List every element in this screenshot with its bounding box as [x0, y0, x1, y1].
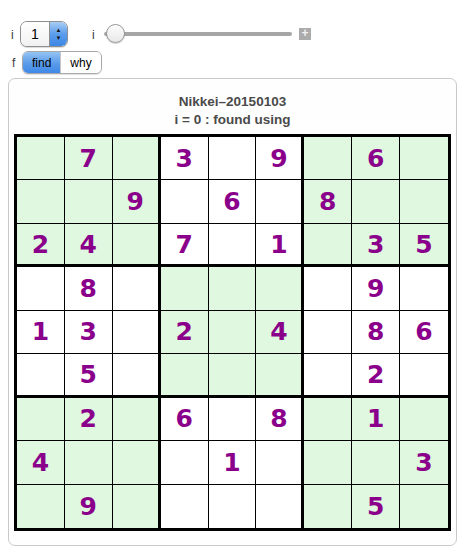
cell-r3c5: [209, 224, 257, 267]
toggle-label: f: [12, 56, 15, 70]
cell-r4c5: [209, 267, 257, 310]
cell-r7c8: 1: [352, 398, 400, 441]
cell-r9c9: [400, 485, 448, 528]
slider-expand-button[interactable]: +: [299, 28, 311, 40]
cell-r2c5: 6: [209, 180, 257, 223]
i-slider-thumb[interactable]: [106, 24, 125, 43]
cell-r8c2: [65, 441, 113, 484]
cell-r3c3: [113, 224, 161, 267]
cell-r7c1: [17, 398, 65, 441]
cell-r4c9: [400, 267, 448, 310]
cell-r1c9: [400, 137, 448, 180]
cell-r8c1: 4: [17, 441, 65, 484]
cell-r9c3: [113, 485, 161, 528]
cell-r5c7: [304, 311, 352, 354]
cell-r9c6: [256, 485, 304, 528]
cell-r8c5: 1: [209, 441, 257, 484]
cell-r8c3: [113, 441, 161, 484]
cell-r6c7: [304, 354, 352, 397]
cell-r2c9: [400, 180, 448, 223]
cell-r5c5: [209, 311, 257, 354]
stepper-value: 1: [21, 22, 49, 46]
cell-r8c9: 3: [400, 441, 448, 484]
cell-r3c2: 4: [65, 224, 113, 267]
f-toggle: find why: [22, 51, 102, 74]
cell-r6c2: 5: [65, 354, 113, 397]
i-slider-track[interactable]: [104, 32, 292, 36]
toggle-option-why[interactable]: why: [60, 52, 100, 73]
cell-r4c8: 9: [352, 267, 400, 310]
cell-r9c8: 5: [352, 485, 400, 528]
cell-r4c7: [304, 267, 352, 310]
stepper-down-icon[interactable]: ▼: [56, 35, 62, 41]
cell-r2c8: [352, 180, 400, 223]
cell-r8c7: [304, 441, 352, 484]
cell-r7c9: [400, 398, 448, 441]
cell-r8c8: [352, 441, 400, 484]
cell-r6c9: [400, 354, 448, 397]
cell-r5c8: 8: [352, 311, 400, 354]
cell-r2c3: 9: [113, 180, 161, 223]
cell-r3c8: 3: [352, 224, 400, 267]
cell-r9c4: [161, 485, 209, 528]
cell-r5c2: 3: [65, 311, 113, 354]
cell-r1c8: 6: [352, 137, 400, 180]
cell-r1c6: 9: [256, 137, 304, 180]
cell-r9c7: [304, 485, 352, 528]
slider-label: i: [92, 28, 95, 42]
cell-r8c6: [256, 441, 304, 484]
cell-r1c7: [304, 137, 352, 180]
cell-r4c6: [256, 267, 304, 310]
stepper-up-icon[interactable]: ▲: [56, 27, 62, 33]
status-line: i = 0 : found using: [9, 112, 456, 127]
cell-r6c4: [161, 354, 209, 397]
cell-r7c4: 6: [161, 398, 209, 441]
cell-r3c9: 5: [400, 224, 448, 267]
cell-r2c2: [65, 180, 113, 223]
cell-r2c7: 8: [304, 180, 352, 223]
cell-r2c4: [161, 180, 209, 223]
cell-r6c6: [256, 354, 304, 397]
cell-r4c3: [113, 267, 161, 310]
cell-r1c2: 7: [65, 137, 113, 180]
cell-r6c3: [113, 354, 161, 397]
cell-r3c1: 2: [17, 224, 65, 267]
plus-icon: +: [301, 26, 308, 40]
cell-r5c3: [113, 311, 161, 354]
cell-r3c6: 1: [256, 224, 304, 267]
cell-r6c8: 2: [352, 354, 400, 397]
stepper-label: i: [11, 28, 14, 42]
sudoku-board: 73969682471358913248652268141395: [14, 134, 451, 531]
cell-r9c5: [209, 485, 257, 528]
cell-r4c2: 8: [65, 267, 113, 310]
cell-r7c2: 2: [65, 398, 113, 441]
cell-r1c3: [113, 137, 161, 180]
cell-r5c4: 2: [161, 311, 209, 354]
cell-r1c1: [17, 137, 65, 180]
cell-r7c3: [113, 398, 161, 441]
demonstration-panel: Nikkei–20150103 i = 0 : found using 7396…: [8, 78, 457, 546]
cell-r7c5: [209, 398, 257, 441]
cell-r4c1: [17, 267, 65, 310]
puzzle-title: Nikkei–20150103: [9, 94, 456, 109]
cell-r1c5: [209, 137, 257, 180]
cell-r7c6: 8: [256, 398, 304, 441]
cell-r7c7: [304, 398, 352, 441]
i-stepper[interactable]: 1 ▲ ▼: [20, 21, 68, 47]
toggle-option-find[interactable]: find: [23, 52, 60, 73]
cell-r9c2: 9: [65, 485, 113, 528]
stepper-arrow-buttons[interactable]: ▲ ▼: [49, 22, 67, 46]
cell-r5c9: 6: [400, 311, 448, 354]
cell-r2c1: [17, 180, 65, 223]
cell-r1c4: 3: [161, 137, 209, 180]
cell-r4c4: [161, 267, 209, 310]
cell-r5c1: 1: [17, 311, 65, 354]
cell-r3c4: 7: [161, 224, 209, 267]
cell-r9c1: [17, 485, 65, 528]
cell-r5c6: 4: [256, 311, 304, 354]
cell-r6c5: [209, 354, 257, 397]
cell-r8c4: [161, 441, 209, 484]
cell-r3c7: [304, 224, 352, 267]
cell-r6c1: [17, 354, 65, 397]
cell-r2c6: [256, 180, 304, 223]
